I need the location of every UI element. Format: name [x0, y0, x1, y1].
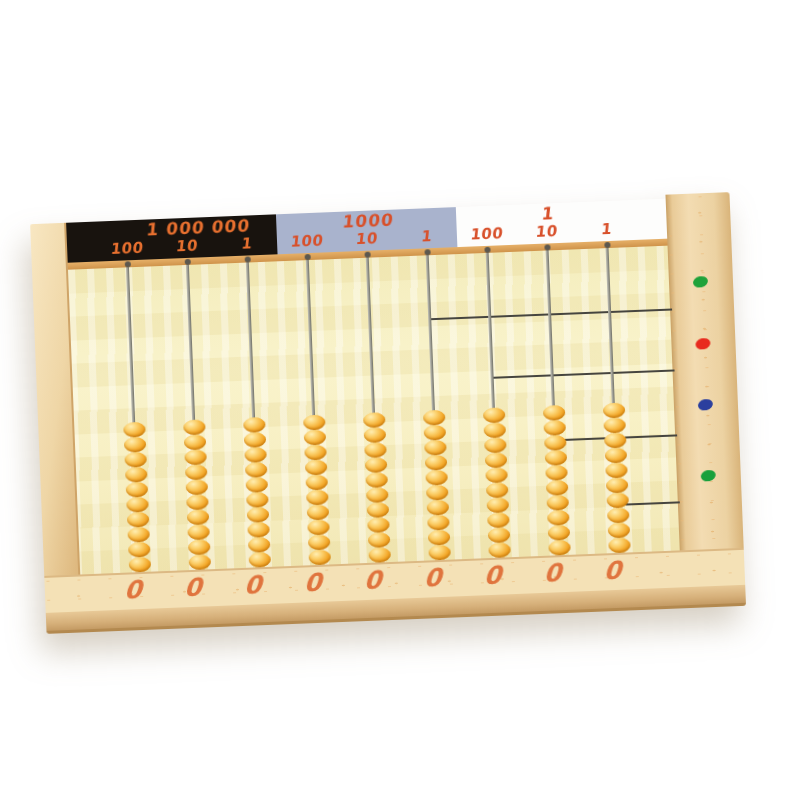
photo-background: 1 000 000 100101 1000 100101 1 100101 00… [0, 0, 800, 800]
zero-label: 0 [532, 558, 574, 590]
thousands-card-title: 1000 [342, 210, 395, 232]
place-value-label: 1 [241, 234, 254, 253]
place-value-label: 1 [421, 227, 434, 246]
wood-speckles [665, 192, 743, 550]
right-rail [665, 192, 743, 550]
place-value-label: 100 [110, 239, 145, 258]
place-value-label: 10 [535, 222, 559, 241]
zero-label: 0 [292, 567, 334, 599]
place-value-label: 100 [290, 231, 325, 250]
board: 1 000 000 100101 1000 100101 1 100101 00… [30, 192, 746, 634]
bead-frame-wrap: 1 000 000 100101 1000 100101 1 100101 00… [30, 192, 746, 634]
zero-label: 0 [412, 562, 454, 594]
place-value-label: 100 [470, 224, 505, 243]
zero-label: 0 [172, 572, 214, 604]
zero-label: 0 [112, 575, 154, 607]
place-value-label: 1 [600, 220, 613, 239]
units-card-title: 1 [541, 203, 556, 224]
place-value-label: 10 [175, 236, 199, 255]
zero-label: 0 [232, 570, 274, 602]
zero-label: 0 [592, 555, 634, 587]
zero-label: 0 [472, 560, 514, 592]
place-value-label: 10 [355, 229, 379, 248]
zero-label: 0 [352, 565, 394, 597]
